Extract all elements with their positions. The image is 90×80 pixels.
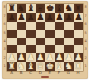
- white-b-piece: ♝: [55, 62, 63, 71]
- black-p-piece: ♟: [17, 13, 25, 22]
- white-b-piece: ♝: [27, 62, 35, 71]
- white-n-piece: ♞: [17, 62, 25, 71]
- square-d7: ♟: [36, 13, 46, 22]
- square-g6: [64, 22, 74, 30]
- white-r-piece: ♜: [74, 62, 82, 71]
- square-f5: [55, 30, 65, 38]
- rank-label-1: 1: [83, 63, 88, 71]
- rank-label-7: 7: [83, 12, 88, 20]
- white-n-piece: ♞: [65, 62, 73, 71]
- file-label-a: A: [7, 71, 16, 76]
- square-c1: ♝: [26, 62, 36, 71]
- square-a1: ♜: [7, 62, 17, 71]
- square-b1: ♞: [17, 62, 27, 71]
- square-b7: ♟: [17, 13, 27, 22]
- square-e6: [45, 22, 55, 30]
- file-label-c: C: [26, 71, 36, 76]
- white-k-piece: ♚: [46, 62, 54, 71]
- black-p-piece: ♟: [8, 13, 16, 22]
- square-h4: [74, 38, 84, 46]
- square-b5: [17, 30, 27, 38]
- square-d6: [36, 22, 46, 30]
- square-g7: ♟: [64, 13, 74, 22]
- black-p-piece: ♟: [27, 13, 35, 22]
- file-labels: ABCDEFGH: [7, 71, 83, 76]
- square-h7: ♟: [74, 13, 84, 22]
- file-label-g: G: [63, 71, 73, 76]
- file-label-b: B: [16, 71, 25, 76]
- square-d1: ♛: [36, 62, 46, 71]
- file-label-d: D: [35, 71, 45, 76]
- square-d5: [36, 30, 46, 38]
- square-g4: [64, 38, 74, 46]
- black-p-piece: ♟: [74, 13, 82, 22]
- square-a6: [7, 22, 17, 30]
- file-label-e: E: [45, 71, 54, 76]
- black-p-piece: ♟: [46, 13, 54, 22]
- square-d4: [36, 38, 46, 46]
- square-g5: [64, 30, 74, 38]
- rank-label-3: 3: [83, 46, 88, 54]
- square-e4: [45, 38, 55, 46]
- maker-stamp: [41, 76, 49, 78]
- square-e1: ♚: [45, 62, 55, 71]
- square-f6: [55, 22, 65, 30]
- square-b4: [17, 38, 27, 46]
- black-p-piece: ♟: [65, 13, 73, 22]
- square-f7: ♟: [55, 13, 65, 22]
- rank-label-4: 4: [83, 38, 88, 46]
- white-q-piece: ♛: [36, 62, 44, 71]
- board-bottom-border: ABCDEFGH: [2, 71, 88, 79]
- square-c6: [26, 22, 36, 30]
- square-h1: ♜: [74, 62, 84, 71]
- rank-label-5: 5: [83, 29, 88, 37]
- rank-label-2: 2: [83, 54, 88, 62]
- square-f1: ♝: [55, 62, 65, 71]
- square-g1: ♞: [64, 62, 74, 71]
- black-p-piece: ♟: [55, 13, 63, 22]
- square-a4: [7, 38, 17, 46]
- file-label-h: H: [73, 71, 83, 76]
- file-label-f: F: [54, 71, 63, 76]
- black-p-piece: ♟: [36, 13, 44, 22]
- square-a7: ♟: [7, 13, 17, 22]
- square-c4: [26, 38, 36, 46]
- chess-set-photo: 87654321 ♜♞♝♛♚♝♞♜♟♟♟♟♟♟♟♟♟♟♟♟♟♟♟♟♜♞♝♛♚♝♞…: [2, 1, 88, 79]
- rank-labels-right: 87654321: [83, 4, 88, 71]
- square-f4: [55, 38, 65, 46]
- square-e5: [45, 30, 55, 38]
- square-e7: ♟: [45, 13, 55, 22]
- square-c7: ♟: [26, 13, 36, 22]
- rank-label-8: 8: [83, 4, 88, 12]
- square-b6: [17, 22, 27, 30]
- square-h6: [74, 22, 84, 30]
- square-h5: [74, 30, 84, 38]
- square-c5: [26, 30, 36, 38]
- rank-label-6: 6: [83, 21, 88, 29]
- white-r-piece: ♜: [8, 62, 16, 71]
- square-a5: [7, 30, 17, 38]
- chess-board: ♜♞♝♛♚♝♞♜♟♟♟♟♟♟♟♟♟♟♟♟♟♟♟♟♜♞♝♛♚♝♞♜: [7, 4, 83, 71]
